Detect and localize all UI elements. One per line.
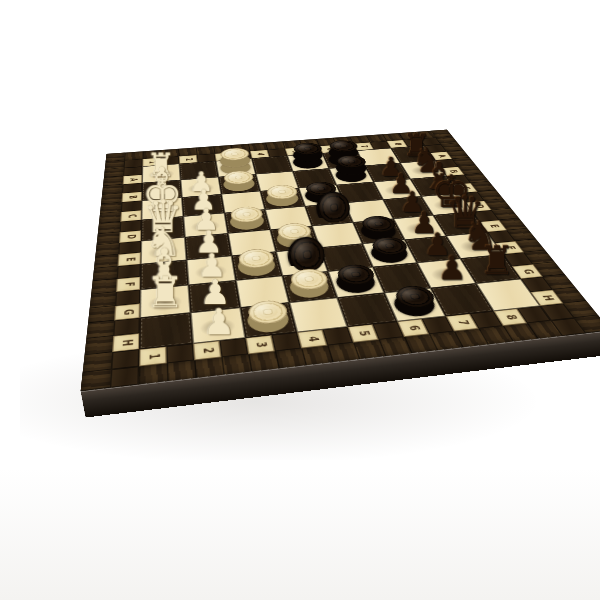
- coordinate-label: 7: [359, 145, 368, 148]
- checker-disc: [223, 176, 255, 191]
- border-tile: [120, 220, 142, 232]
- border-tile: [271, 332, 301, 351]
- checker-disc: [230, 212, 265, 230]
- checker-disc: [292, 148, 324, 162]
- square-H3[interactable]: [240, 303, 297, 338]
- dark-rook[interactable]: ♜: [479, 243, 515, 279]
- checker-disc: [289, 275, 331, 299]
- coordinate-label: A: [128, 178, 137, 182]
- coordinate-label: 3: [253, 341, 267, 348]
- coordinate-tile: 1: [139, 346, 167, 366]
- chess-board: 12345678 12345678 ABCDEFGH ABCDEFGH ♜♜♝♟…: [81, 130, 600, 391]
- checker-disc: [334, 271, 377, 294]
- coordinate-label: H: [120, 339, 133, 347]
- checker-disc: [238, 255, 277, 277]
- square-H1[interactable]: [139, 313, 193, 350]
- checker-disc: [391, 292, 438, 317]
- coordinate-label: D: [125, 234, 136, 239]
- dark-checker[interactable]: [391, 292, 438, 317]
- cream-checker[interactable]: [238, 255, 277, 277]
- dark-checker[interactable]: [334, 271, 377, 294]
- coordinate-label: B: [127, 195, 137, 199]
- cream-checker[interactable]: [223, 176, 255, 191]
- border-tile: [166, 343, 194, 363]
- coordinate-label: E: [124, 257, 135, 262]
- dark-pawn[interactable]: ♟: [437, 254, 466, 283]
- checker-face: [359, 215, 399, 234]
- dark-checker-stack[interactable]: [292, 155, 324, 169]
- checker-disc: [265, 190, 299, 206]
- coordinate-label: 2: [184, 158, 193, 161]
- coordinate-label: 6: [406, 324, 420, 330]
- dark-checker[interactable]: [369, 243, 411, 264]
- square-D3[interactable]: [225, 210, 271, 234]
- coordinate-tile: 3: [245, 335, 274, 354]
- dark-checker-stack[interactable]: [334, 168, 368, 183]
- checker-face: [317, 191, 351, 225]
- coordinate-label: F: [123, 282, 135, 287]
- square-H5[interactable]: [337, 293, 397, 327]
- coordinate-label: C: [126, 214, 136, 218]
- square-D5[interactable]: [305, 203, 353, 226]
- coordinate-tile: 5: [348, 324, 379, 342]
- checker-disc: [369, 243, 411, 264]
- cream-checker[interactable]: [289, 275, 331, 299]
- coordinate-label: H: [539, 294, 554, 301]
- cream-checker[interactable]: [247, 307, 290, 334]
- coordinate-label: 5: [356, 330, 370, 337]
- coordinate-label: 7: [455, 319, 469, 325]
- coordinate-label: G: [520, 268, 534, 274]
- coordinate-label: 4: [305, 335, 319, 342]
- coordinate-label: 1: [146, 353, 159, 360]
- coordinate-tile: 2: [193, 341, 221, 361]
- white-rook[interactable]: ♜: [146, 274, 184, 312]
- coordinate-label: 8: [503, 314, 518, 320]
- square-H4[interactable]: [289, 298, 347, 333]
- checker-disc: [220, 154, 251, 168]
- coordinate-label: G: [121, 308, 133, 315]
- square-A5[interactable]: [287, 153, 329, 171]
- coordinate-label: 8: [392, 143, 401, 146]
- cream-checker[interactable]: [230, 212, 265, 230]
- dark-checker-leaning[interactable]: [316, 192, 350, 226]
- product-photo: 12345678 12345678 ABCDEFGH ABCDEFGH ♜♜♝♟…: [0, 0, 600, 600]
- cream-checker[interactable]: [265, 190, 299, 206]
- square-H2[interactable]: ♟: [191, 308, 246, 344]
- checker-disc: [247, 307, 290, 334]
- border-tile: [219, 338, 248, 357]
- checker-disc: [316, 192, 350, 226]
- coordinate-label: 2: [200, 347, 213, 354]
- white-pawn[interactable]: ♟: [203, 305, 235, 337]
- coordinate-label: 4: [255, 153, 264, 156]
- checker-disc: [334, 161, 368, 175]
